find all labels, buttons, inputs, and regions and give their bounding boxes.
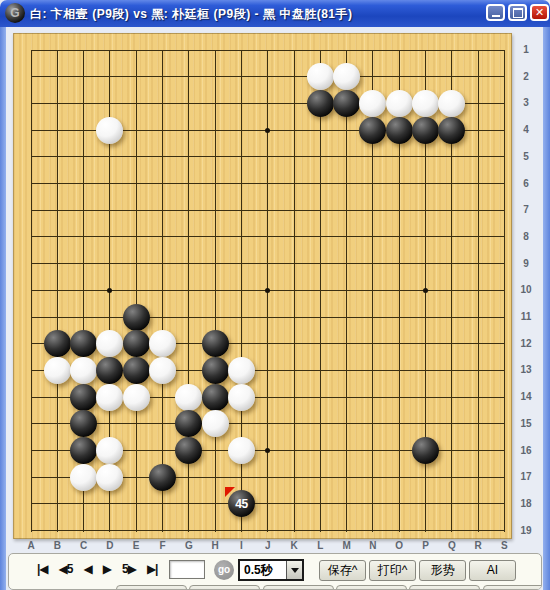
window-border-left [0,27,6,590]
white-stone [96,437,123,464]
grid-line [31,50,505,51]
clipped-button[interactable] [336,585,407,590]
black-stone [175,410,202,437]
column-label: H [211,540,218,551]
white-stone [149,357,176,384]
nav-back-button[interactable]: ◀ [84,563,92,575]
grid-line [31,263,505,264]
column-label: K [290,540,297,551]
column-label: F [159,540,165,551]
row-label: 8 [517,231,535,242]
grid-line [31,183,505,184]
row-label: 9 [517,258,535,269]
row-label: 18 [517,498,535,509]
grid-line [478,50,479,532]
row-label: 3 [517,97,535,108]
nav-controls: |◀ ◀5 ◀ ▶ 5▶ ▶| [37,563,157,575]
grid-line [320,50,321,532]
maximize-button[interactable] [508,4,527,21]
row-label: 4 [517,124,535,135]
white-stone [359,90,386,117]
black-stone [202,330,229,357]
move-number-input[interactable] [169,560,205,579]
column-label: R [474,540,481,551]
nav-back5-button[interactable]: ◀5 [59,563,73,575]
app-icon: G [5,3,25,23]
white-stone [333,63,360,90]
row-label: 17 [517,471,535,482]
grid-line [162,50,163,532]
row-label: 2 [517,71,535,82]
row-label: 5 [517,151,535,162]
white-stone [412,90,439,117]
white-stone [202,410,229,437]
grid-line [294,50,295,532]
grid-line [31,156,505,157]
grid-line [136,50,137,532]
grid-line [215,50,216,532]
nav-forward5-button[interactable]: 5▶ [122,563,136,575]
row-label: 10 [517,284,535,295]
white-stone [175,384,202,411]
nav-first-button[interactable]: |◀ [37,563,48,575]
white-stone [228,437,255,464]
star-point [423,288,428,293]
row-label: 1 [517,44,535,55]
column-label: B [54,540,61,551]
minimize-icon [492,15,500,17]
row-label: 12 [517,338,535,349]
white-stone [123,384,150,411]
minimize-button[interactable] [486,4,505,21]
column-label: E [133,540,140,551]
black-stone [202,384,229,411]
white-stone [438,90,465,117]
row-label: 16 [517,445,535,456]
clipped-button[interactable] [189,585,260,590]
black-stone [438,117,465,144]
black-stone [96,357,123,384]
chevron-down-icon [291,568,299,573]
delay-value: 0.5秒 [240,562,286,579]
black-stone [70,410,97,437]
black-stone [123,330,150,357]
clipped-button[interactable] [116,585,187,590]
window-title: 白: 卞相壹 (P9段) vs 黑: 朴廷桓 (P9段) - 黑 中盘胜(81手… [30,6,353,23]
row-label: 13 [517,364,535,375]
window-border-right [543,27,550,590]
black-stone [412,437,439,464]
column-label: S [501,540,508,551]
black-stone [44,330,71,357]
white-stone [44,357,71,384]
white-stone [96,384,123,411]
row-label: 7 [517,204,535,215]
white-stone [96,330,123,357]
toolbar: |◀ ◀5 ◀ ▶ 5▶ ▶| go 0.5秒 保存^ 打印^ 形势 AI [8,553,542,590]
grid-line [31,317,505,318]
white-stone [228,384,255,411]
star-point [107,288,112,293]
grid-line [31,503,505,504]
white-stone [96,117,123,144]
save-button[interactable]: 保存^ [319,560,366,581]
grid-line [31,236,505,237]
grid-line [31,76,505,77]
dropdown-arrow-button[interactable] [286,561,302,579]
white-stone [70,464,97,491]
column-label: N [369,540,376,551]
column-label: J [265,540,271,551]
nav-forward-button[interactable]: ▶ [103,563,111,575]
star-point [265,288,270,293]
last-move-stone: 45 [228,490,255,517]
white-stone [228,357,255,384]
print-button[interactable]: 打印^ [369,560,416,581]
column-label: O [395,540,403,551]
grid-line [31,530,505,531]
black-stone [175,437,202,464]
row-label: 19 [517,525,535,536]
column-label: I [240,540,243,551]
white-stone [307,63,334,90]
title-bar: G 白: 卞相壹 (P9段) vs 黑: 朴廷桓 (P9段) - 黑 中盘胜(8… [0,0,550,27]
go-board[interactable]: 45 [13,33,512,539]
column-label: M [342,540,350,551]
white-stone [70,357,97,384]
grid-line [346,50,347,532]
close-button[interactable]: ✕ [530,4,549,21]
column-label: D [106,540,113,551]
clipped-button[interactable] [263,585,334,590]
row-label: 11 [517,311,535,322]
black-stone [70,384,97,411]
black-stone [307,90,334,117]
grid-line [31,50,32,532]
black-stone [70,330,97,357]
clipped-button[interactable] [483,585,542,590]
black-stone [123,357,150,384]
nav-last-button[interactable]: ▶| [147,563,158,575]
row-label: 15 [517,418,535,429]
white-stone [386,90,413,117]
column-label: P [422,540,429,551]
white-stone [149,330,176,357]
column-label: G [185,540,193,551]
clipped-button[interactable] [409,585,480,590]
black-stone [70,437,97,464]
grid-line [31,210,505,211]
black-stone [333,90,360,117]
white-stone [96,464,123,491]
black-stone [123,304,150,331]
black-stone [202,357,229,384]
grid-line [504,50,505,532]
column-label: Q [448,540,456,551]
star-point [265,448,270,453]
black-stone [412,117,439,144]
grid-line [31,423,505,424]
column-label: L [317,540,323,551]
ai-button[interactable]: AI [469,560,516,581]
black-stone [359,117,386,144]
go-button[interactable]: go [214,560,234,580]
black-stone [149,464,176,491]
column-label: A [27,540,34,551]
star-point [265,128,270,133]
column-label: C [80,540,87,551]
row-label: 6 [517,178,535,189]
delay-dropdown[interactable]: 0.5秒 [238,559,304,581]
maximize-icon [513,8,523,18]
last-move-marker-icon [225,487,235,497]
grid-line [57,50,58,532]
situation-button[interactable]: 形势 [419,560,466,581]
close-icon: ✕ [535,7,544,18]
black-stone [386,117,413,144]
row-label: 14 [517,391,535,402]
